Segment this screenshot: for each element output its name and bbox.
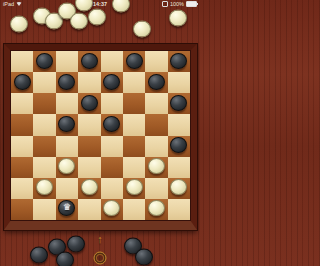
square-r4c5[interactable] xyxy=(123,136,145,157)
square-r5c5[interactable] xyxy=(123,157,145,178)
square-r1c0[interactable] xyxy=(11,72,33,93)
dark-piece[interactable] xyxy=(14,74,31,90)
square-r4c0[interactable] xyxy=(11,136,33,157)
square-r4c4[interactable] xyxy=(101,136,123,157)
square-r2c3[interactable] xyxy=(78,93,100,114)
dark-piece[interactable] xyxy=(148,74,165,90)
square-r7c7[interactable] xyxy=(168,199,190,220)
dark-piece[interactable] xyxy=(170,53,187,69)
square-r7c3[interactable] xyxy=(78,199,100,220)
dark-piece[interactable] xyxy=(126,53,143,69)
light-piece[interactable] xyxy=(81,179,98,195)
square-r6c5[interactable] xyxy=(123,178,145,199)
square-r1c5[interactable] xyxy=(123,72,145,93)
square-r1c1[interactable] xyxy=(33,72,55,93)
square-r7c1[interactable] xyxy=(33,199,55,220)
light-piece[interactable] xyxy=(148,200,165,216)
square-r4c1[interactable] xyxy=(33,136,55,157)
square-r6c7[interactable] xyxy=(168,178,190,199)
square-r6c3[interactable] xyxy=(78,178,100,199)
clock: 14:37 xyxy=(93,0,107,8)
king-crown-icon: ♛ xyxy=(63,204,71,213)
square-r0c4[interactable] xyxy=(101,51,123,72)
square-r2c4[interactable] xyxy=(101,93,123,114)
square-r2c7[interactable] xyxy=(168,93,190,114)
square-r0c6[interactable] xyxy=(145,51,167,72)
square-r7c2[interactable]: ♛ xyxy=(56,199,78,220)
light-piece[interactable] xyxy=(58,158,75,174)
battery-percent: 100% xyxy=(170,0,184,8)
carrier-label: iPad xyxy=(3,0,14,8)
status-bar: iPad 14:37 100% xyxy=(0,0,200,8)
square-r6c0[interactable] xyxy=(11,178,33,199)
square-r0c0[interactable] xyxy=(11,51,33,72)
square-r7c0[interactable] xyxy=(11,199,33,220)
square-r5c6[interactable] xyxy=(145,157,167,178)
square-r2c1[interactable] xyxy=(33,93,55,114)
captured-light-piece xyxy=(70,13,88,30)
menu-medallion-button[interactable] xyxy=(94,252,107,265)
light-piece[interactable] xyxy=(126,179,143,195)
dark-king-piece[interactable]: ♛ xyxy=(58,200,75,216)
square-r4c7[interactable] xyxy=(168,136,190,157)
captured-dark-piece xyxy=(30,247,48,264)
square-r5c3[interactable] xyxy=(78,157,100,178)
square-r0c1[interactable] xyxy=(33,51,55,72)
square-r1c3[interactable] xyxy=(78,72,100,93)
square-r3c4[interactable] xyxy=(101,114,123,135)
square-r0c7[interactable] xyxy=(168,51,190,72)
square-r2c6[interactable] xyxy=(145,93,167,114)
square-r2c2[interactable] xyxy=(56,93,78,114)
square-r1c6[interactable] xyxy=(145,72,167,93)
square-r0c5[interactable] xyxy=(123,51,145,72)
captured-light-piece xyxy=(88,9,106,26)
dark-piece[interactable] xyxy=(58,74,75,90)
alarm-icon xyxy=(162,1,168,7)
square-r6c4[interactable] xyxy=(101,178,123,199)
square-r6c1[interactable] xyxy=(33,178,55,199)
square-r1c4[interactable] xyxy=(101,72,123,93)
turn-indicator-arrow: ↑ xyxy=(97,234,103,245)
square-r7c6[interactable] xyxy=(145,199,167,220)
captured-dark-piece xyxy=(135,249,153,266)
captured-light-piece xyxy=(133,21,151,38)
square-r3c7[interactable] xyxy=(168,114,190,135)
square-r7c5[interactable] xyxy=(123,199,145,220)
square-r0c2[interactable] xyxy=(56,51,78,72)
square-r3c5[interactable] xyxy=(123,114,145,135)
square-r1c7[interactable] xyxy=(168,72,190,93)
square-r3c2[interactable] xyxy=(56,114,78,135)
square-r4c2[interactable] xyxy=(56,136,78,157)
square-r5c4[interactable] xyxy=(101,157,123,178)
square-r5c7[interactable] xyxy=(168,157,190,178)
dark-piece[interactable] xyxy=(58,116,75,132)
light-piece[interactable] xyxy=(36,179,53,195)
dark-piece[interactable] xyxy=(103,74,120,90)
square-r5c0[interactable] xyxy=(11,157,33,178)
dark-piece[interactable] xyxy=(170,95,187,111)
checkers-board: ♛ xyxy=(4,44,197,230)
dark-piece[interactable] xyxy=(103,116,120,132)
captured-light-piece xyxy=(169,10,187,27)
dark-piece[interactable] xyxy=(81,53,98,69)
dark-piece[interactable] xyxy=(36,53,53,69)
battery-icon xyxy=(186,1,197,7)
wifi-icon xyxy=(16,2,22,6)
square-r3c6[interactable] xyxy=(145,114,167,135)
light-piece[interactable] xyxy=(148,158,165,174)
captured-dark-piece xyxy=(56,252,74,266)
square-r2c0[interactable] xyxy=(11,93,33,114)
square-r4c6[interactable] xyxy=(145,136,167,157)
square-r6c6[interactable] xyxy=(145,178,167,199)
square-r5c2[interactable] xyxy=(56,157,78,178)
square-r3c3[interactable] xyxy=(78,114,100,135)
square-r5c1[interactable] xyxy=(33,157,55,178)
square-r1c2[interactable] xyxy=(56,72,78,93)
square-r3c0[interactable] xyxy=(11,114,33,135)
captured-light-piece xyxy=(10,16,28,33)
light-piece[interactable] xyxy=(170,179,187,195)
square-r6c2[interactable] xyxy=(56,178,78,199)
square-r0c3[interactable] xyxy=(78,51,100,72)
dark-piece[interactable] xyxy=(170,137,187,153)
board-squares: ♛ xyxy=(11,51,190,220)
dark-piece[interactable] xyxy=(81,95,98,111)
square-r2c5[interactable] xyxy=(123,93,145,114)
light-piece[interactable] xyxy=(103,200,120,216)
captured-dark-piece xyxy=(67,236,85,253)
square-r7c4[interactable] xyxy=(101,199,123,220)
square-r3c1[interactable] xyxy=(33,114,55,135)
square-r4c3[interactable] xyxy=(78,136,100,157)
